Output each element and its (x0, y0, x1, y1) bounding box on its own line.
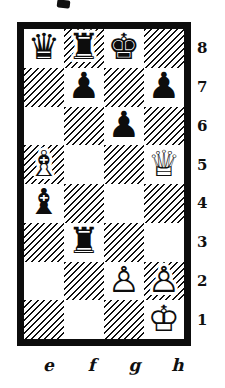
chess-board: ♛♜♚♟♟♟♝♗♛♕♝♜♟♙♟♙♚♔ (24, 29, 184, 339)
square-g6: ♟ (104, 107, 144, 146)
print-artifact (57, 0, 71, 9)
piece-glyph: ♜ (68, 30, 100, 66)
piece-outline-glyph: ♗ (28, 146, 60, 182)
square-e2 (24, 262, 64, 301)
rank-label-1: 1 (197, 300, 221, 339)
piece-outline-glyph: ♙ (108, 262, 140, 298)
square-h1: ♚♔ (144, 300, 184, 339)
white-queen-h5: ♛♕ (144, 145, 184, 184)
square-g7 (104, 68, 144, 107)
square-g1 (104, 300, 144, 339)
rank-label-7: 7 (197, 68, 221, 107)
file-label-f: f (70, 350, 113, 380)
file-label-g: g (113, 350, 156, 380)
square-g4 (104, 184, 144, 223)
piece-glyph: ♜ (68, 223, 100, 259)
white-pawn-g2: ♟♙ (104, 262, 144, 301)
file-label-e: e (27, 350, 70, 380)
black-king-g8: ♚ (104, 29, 144, 68)
piece-glyph: ♚ (108, 30, 140, 66)
square-e4: ♝ (24, 184, 64, 223)
square-f6 (64, 107, 104, 146)
square-g5 (104, 145, 144, 184)
black-queen-e8: ♛ (24, 29, 64, 68)
square-f8: ♜ (64, 29, 104, 68)
piece-glyph: ♟ (108, 107, 140, 143)
square-f2 (64, 262, 104, 301)
piece-glyph: ♟ (148, 68, 180, 104)
file-labels: efgh (27, 350, 199, 380)
square-e8: ♛ (24, 29, 64, 68)
square-e7 (24, 68, 64, 107)
piece-glyph: ♛ (28, 30, 60, 66)
black-rook-f3: ♜ (64, 223, 104, 262)
white-pawn-h2: ♟♙ (144, 262, 184, 301)
white-bishop-e5: ♝♗ (24, 145, 64, 184)
piece-glyph: ♟ (68, 68, 100, 104)
piece-outline-glyph: ♕ (148, 146, 180, 182)
square-h3 (144, 223, 184, 262)
black-pawn-g6: ♟ (104, 107, 144, 146)
square-f4 (64, 184, 104, 223)
piece-outline-glyph: ♙ (148, 262, 180, 298)
square-e3 (24, 223, 64, 262)
square-h7: ♟ (144, 68, 184, 107)
black-pawn-f7: ♟ (64, 68, 104, 107)
rank-label-5: 5 (197, 145, 221, 184)
rank-label-4: 4 (197, 184, 221, 223)
square-h4 (144, 184, 184, 223)
square-f7: ♟ (64, 68, 104, 107)
piece-outline-glyph: ♔ (148, 301, 180, 337)
black-pawn-h7: ♟ (144, 68, 184, 107)
square-e1 (24, 300, 64, 339)
square-h6 (144, 107, 184, 146)
square-e6 (24, 107, 64, 146)
square-g2: ♟♙ (104, 262, 144, 301)
square-h8 (144, 29, 184, 68)
white-king-h1: ♚♔ (144, 300, 184, 339)
rank-label-3: 3 (197, 223, 221, 262)
scanned-diagram-page: ♛♜♚♟♟♟♝♗♛♕♝♜♟♙♟♙♚♔ 87654321 efgh (0, 0, 225, 388)
square-f5 (64, 145, 104, 184)
black-bishop-e4: ♝ (24, 184, 64, 223)
rank-labels: 87654321 (197, 29, 221, 339)
square-f1 (64, 300, 104, 339)
square-h2: ♟♙ (144, 262, 184, 301)
square-g8: ♚ (104, 29, 144, 68)
board-frame: ♛♜♚♟♟♟♝♗♛♕♝♜♟♙♟♙♚♔ (17, 22, 191, 346)
rank-label-2: 2 (197, 262, 221, 301)
square-g3 (104, 223, 144, 262)
square-e5: ♝♗ (24, 145, 64, 184)
black-rook-f8: ♜ (64, 29, 104, 68)
file-label-h: h (156, 350, 199, 380)
piece-glyph: ♝ (28, 185, 60, 221)
rank-label-6: 6 (197, 107, 221, 146)
square-f3: ♜ (64, 223, 104, 262)
square-h5: ♛♕ (144, 145, 184, 184)
rank-label-8: 8 (197, 29, 221, 68)
